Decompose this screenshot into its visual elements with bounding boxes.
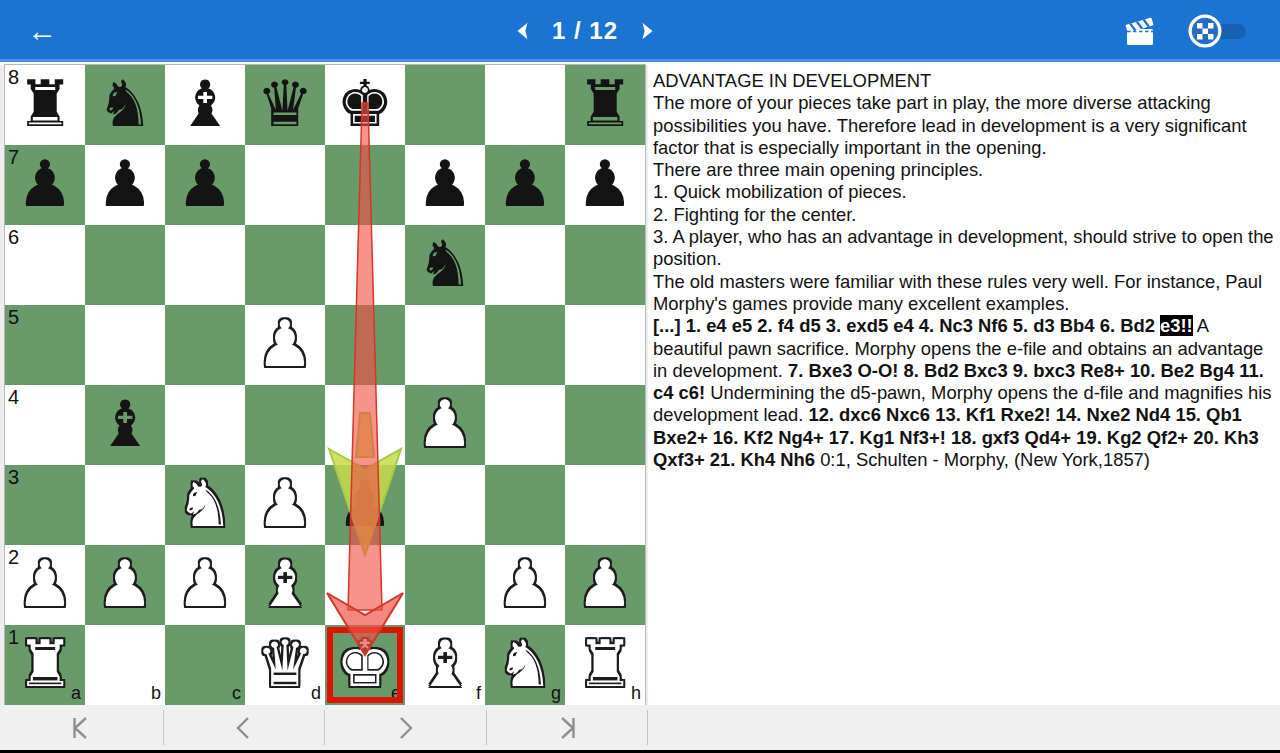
lesson-paragraph: 3. A player, who has an advantage in dev… [653,226,1276,271]
square-g7[interactable]: ♟ [485,145,565,225]
lesson-text-panel: ADVANTAGE IN DEVELOPMENT The more of you… [648,65,1280,705]
square-d7[interactable] [245,145,325,225]
board-flip-toggle[interactable] [1188,13,1252,49]
piece-white-knight[interactable]: ♞ [165,465,245,545]
piece-white-pawn[interactable]: ♟ [485,545,565,625]
piece-black-knight[interactable]: ♞ [405,225,485,305]
square-d4[interactable] [245,385,325,465]
square-g8[interactable] [485,65,565,145]
rank-label-6: 6 [8,227,19,247]
piece-black-pawn[interactable]: ♟ [325,465,405,545]
square-b7[interactable]: ♟ [85,145,165,225]
square-d6[interactable] [245,225,325,305]
square-d3[interactable]: ♟ [245,465,325,545]
piece-black-pawn[interactable]: ♟ [85,145,165,225]
piece-black-rook[interactable]: ♜ [565,65,645,145]
square-g6[interactable] [485,225,565,305]
square-e7[interactable] [325,145,405,225]
page-navigator: 1 / 12 [505,0,665,62]
square-c5[interactable] [165,305,245,385]
piece-white-pawn[interactable]: ♟ [565,545,645,625]
square-b4[interactable]: ♝ [85,385,165,465]
piece-white-pawn[interactable]: ♟ [85,545,165,625]
square-f3[interactable] [405,465,485,545]
move-nav-bar [0,705,1280,750]
piece-white-pawn[interactable]: ♟ [165,545,245,625]
square-f8[interactable] [405,65,485,145]
rank-label-8: 8 [8,67,19,87]
moves-segment: [...] [653,315,686,336]
square-e6[interactable] [325,225,405,305]
page-next-icon[interactable] [636,20,658,42]
square-f2[interactable] [405,545,485,625]
square-h5[interactable] [565,305,645,385]
square-h6[interactable] [565,225,645,305]
file-label-f: f [405,683,481,704]
clapperboard-icon[interactable] [1122,13,1160,49]
next-move-button[interactable] [324,705,486,750]
square-e4[interactable] [325,385,405,465]
square-e2[interactable] [325,545,405,625]
square-f5[interactable] [405,305,485,385]
square-f7[interactable]: ♟ [405,145,485,225]
square-h4[interactable] [565,385,645,465]
square-c6[interactable] [165,225,245,305]
square-h7[interactable]: ♟ [565,145,645,225]
lesson-paragraph: The more of your pieces take part in pla… [653,92,1276,159]
file-label-b: b [85,683,161,704]
previous-move-button[interactable] [163,705,325,750]
square-g3[interactable] [485,465,565,545]
square-f6[interactable]: ♞ [405,225,485,305]
square-e5[interactable] [325,305,405,385]
square-g5[interactable] [485,305,565,385]
piece-black-pawn[interactable]: ♟ [165,145,245,225]
lesson-paragraph: 2. Fighting for the center. [653,204,1276,226]
piece-black-knight[interactable]: ♞ [85,65,165,145]
piece-white-pawn[interactable]: ♟ [405,385,485,465]
square-b8[interactable]: ♞ [85,65,165,145]
file-label-d: d [245,683,321,704]
piece-white-pawn[interactable]: ♟ [245,465,325,545]
piece-black-pawn[interactable]: ♟ [485,145,565,225]
file-label-g: g [485,683,561,704]
square-d8[interactable]: ♛ [245,65,325,145]
square-h3[interactable] [565,465,645,545]
piece-black-bishop[interactable]: ♝ [85,385,165,465]
piece-black-pawn[interactable]: ♟ [565,145,645,225]
square-h8[interactable]: ♜ [565,65,645,145]
board-zone: ♜♞♝♛♚♜♟♟♟♟♟♟♞♟♝♟♞♟♟♟♟♟♝♟♟♜♛♚♝♞♜ 87654321… [0,65,648,705]
file-label-c: c [165,683,241,704]
current-move-highlight[interactable]: e3!! [1160,315,1193,336]
square-c2[interactable]: ♟ [165,545,245,625]
square-b5[interactable] [85,305,165,385]
lesson-paragraph: The old masters were familiar with these… [653,271,1276,316]
file-label-a: a [5,683,81,704]
piece-white-pawn[interactable]: ♟ [245,305,325,385]
piece-black-bishop[interactable]: ♝ [165,65,245,145]
highlight-square-e1 [327,627,403,703]
square-e3[interactable]: ♟ [325,465,405,545]
piece-black-queen[interactable]: ♛ [245,65,325,145]
game-annotation: [...] 1. e4 e5 2. f4 d5 3. exd5 e4 4. Nc… [653,315,1276,471]
square-d2[interactable]: ♝ [245,545,325,625]
lesson-paragraph: 1. Quick mobilization of pieces. [653,181,1276,203]
piece-black-king[interactable]: ♚ [325,65,405,145]
square-c4[interactable] [165,385,245,465]
app-header: ← 1 / 12 [0,0,1280,62]
rank-label-5: 5 [8,307,19,327]
square-d5[interactable]: ♟ [245,305,325,385]
page-counter: 1 / 12 [552,17,618,45]
square-f4[interactable]: ♟ [405,385,485,465]
rank-label-7: 7 [8,147,19,167]
square-g2[interactable]: ♟ [485,545,565,625]
square-b6[interactable] [85,225,165,305]
last-move-button[interactable] [486,705,648,750]
rank-label-3: 3 [8,467,19,487]
back-arrow-icon[interactable]: ← [22,14,62,48]
rank-label-1: 1 [8,627,19,647]
lesson-title: ADVANTAGE IN DEVELOPMENT [653,70,1276,92]
nav-divider [647,710,648,745]
square-b3[interactable] [85,465,165,545]
square-c3[interactable]: ♞ [165,465,245,545]
moves-segment[interactable]: 1. e4 e5 2. f4 d5 3. exd5 e4 4. Nc3 Nf6 … [686,315,1160,336]
rank-label-2: 2 [8,547,19,567]
result-segment: 0:1, Schulten - Morphy, (New York,1857) [815,449,1150,470]
square-b2[interactable]: ♟ [85,545,165,625]
lesson-paragraph: There are three main opening principles. [653,159,1276,181]
rank-label-4: 4 [8,387,19,407]
first-move-button[interactable] [0,705,162,750]
square-c7[interactable]: ♟ [165,145,245,225]
piece-black-pawn[interactable]: ♟ [405,145,485,225]
chess-board: ♜♞♝♛♚♜♟♟♟♟♟♟♞♟♝♟♞♟♟♟♟♟♝♟♟♜♛♚♝♞♜ 87654321… [5,65,645,705]
square-h2[interactable]: ♟ [565,545,645,625]
square-e8[interactable]: ♚ [325,65,405,145]
square-c8[interactable]: ♝ [165,65,245,145]
piece-white-bishop[interactable]: ♝ [245,545,325,625]
file-label-h: h [565,683,641,704]
page-prev-icon[interactable] [512,20,534,42]
square-g4[interactable] [485,385,565,465]
